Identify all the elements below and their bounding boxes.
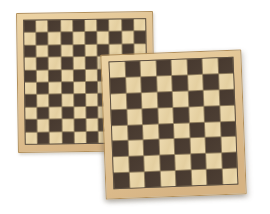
board-square bbox=[97, 20, 108, 32]
board-square bbox=[189, 122, 204, 137]
board-square bbox=[73, 20, 84, 32]
board-square bbox=[87, 131, 98, 143]
board-square bbox=[86, 82, 97, 94]
board-square bbox=[122, 32, 133, 44]
board-square bbox=[134, 19, 145, 31]
board-square bbox=[86, 69, 97, 81]
board-square bbox=[61, 70, 72, 82]
board-square bbox=[126, 93, 141, 108]
board-square bbox=[188, 91, 203, 106]
board-square bbox=[62, 107, 73, 119]
board-square bbox=[38, 132, 49, 144]
board-square bbox=[125, 61, 140, 76]
board-square bbox=[206, 153, 221, 168]
board-square bbox=[36, 33, 47, 45]
board-square bbox=[143, 124, 158, 139]
board-square bbox=[158, 108, 173, 123]
board-square bbox=[222, 153, 237, 168]
board-square bbox=[219, 74, 234, 89]
chess-checkers-board-8x8 bbox=[100, 49, 246, 199]
board-square bbox=[220, 105, 235, 120]
board-square bbox=[62, 119, 73, 131]
board-square bbox=[172, 59, 187, 74]
board-square bbox=[127, 109, 142, 124]
board-square bbox=[111, 94, 126, 109]
board-square bbox=[74, 82, 85, 94]
board-square bbox=[50, 107, 61, 119]
board-square bbox=[49, 45, 60, 57]
board-square bbox=[49, 58, 60, 70]
board-square bbox=[49, 33, 60, 45]
board-square bbox=[49, 82, 60, 94]
board-square bbox=[129, 156, 144, 171]
board-square bbox=[86, 94, 97, 106]
board-square bbox=[173, 91, 188, 106]
board-square bbox=[110, 32, 121, 44]
board-square bbox=[110, 20, 121, 32]
board-square bbox=[24, 21, 35, 33]
board-square bbox=[38, 120, 49, 132]
board-square bbox=[175, 139, 190, 154]
board-square bbox=[127, 125, 142, 140]
board-square bbox=[111, 109, 126, 124]
board-square bbox=[97, 32, 108, 44]
board-square bbox=[141, 77, 156, 92]
board-square bbox=[203, 74, 218, 89]
board-square bbox=[62, 82, 73, 94]
board-square bbox=[37, 45, 48, 57]
board-square bbox=[74, 70, 85, 82]
board-square bbox=[85, 32, 96, 44]
board-square bbox=[187, 59, 202, 74]
board-square bbox=[129, 172, 144, 187]
board-square bbox=[157, 92, 172, 107]
board-square bbox=[49, 70, 60, 82]
chess-board-grid bbox=[109, 57, 239, 190]
board-square bbox=[159, 139, 174, 154]
board-square bbox=[25, 107, 36, 119]
board-square bbox=[25, 95, 36, 107]
board-square bbox=[24, 45, 35, 57]
board-square bbox=[61, 57, 72, 69]
board-square bbox=[25, 58, 36, 70]
board-square bbox=[160, 171, 175, 186]
board-square bbox=[204, 90, 219, 105]
board-square bbox=[49, 20, 60, 32]
board-square bbox=[50, 95, 61, 107]
board-square bbox=[190, 138, 205, 153]
board-square bbox=[191, 170, 206, 185]
board-square bbox=[157, 76, 172, 91]
board-square bbox=[113, 141, 128, 156]
board-square bbox=[141, 61, 156, 76]
board-square bbox=[175, 155, 190, 170]
board-square bbox=[37, 70, 48, 82]
board-square bbox=[156, 60, 171, 75]
board-square bbox=[62, 132, 73, 144]
board-square bbox=[50, 132, 61, 144]
board-square bbox=[74, 119, 85, 131]
product-photo bbox=[0, 0, 270, 214]
board-square bbox=[218, 58, 233, 73]
board-square bbox=[206, 138, 221, 153]
board-square bbox=[114, 173, 129, 188]
board-square bbox=[189, 106, 204, 121]
board-square bbox=[219, 89, 234, 104]
board-square bbox=[222, 169, 237, 184]
board-square bbox=[174, 123, 189, 138]
board-square bbox=[61, 20, 72, 32]
board-square bbox=[36, 21, 47, 33]
board-square bbox=[134, 32, 145, 44]
board-square bbox=[144, 140, 159, 155]
board-square bbox=[73, 45, 84, 57]
board-square bbox=[87, 119, 98, 131]
board-square bbox=[62, 95, 73, 107]
board-square bbox=[37, 58, 48, 70]
board-square bbox=[176, 171, 191, 186]
board-square bbox=[173, 107, 188, 122]
board-square bbox=[207, 169, 222, 184]
board-square bbox=[203, 58, 218, 73]
board-square bbox=[144, 156, 159, 171]
board-square bbox=[86, 57, 97, 69]
board-square bbox=[24, 33, 35, 45]
board-square bbox=[191, 154, 206, 169]
board-square bbox=[110, 62, 125, 77]
board-square bbox=[25, 70, 36, 82]
board-square bbox=[221, 137, 236, 152]
board-square bbox=[220, 121, 235, 136]
board-square bbox=[50, 120, 61, 132]
board-square bbox=[204, 106, 219, 121]
board-square bbox=[61, 33, 72, 45]
board-square bbox=[37, 95, 48, 107]
board-square bbox=[26, 132, 37, 144]
board-square bbox=[142, 92, 157, 107]
board-square bbox=[73, 32, 84, 44]
board-square bbox=[61, 45, 72, 57]
board-square bbox=[85, 45, 96, 57]
board-square bbox=[38, 107, 49, 119]
board-square bbox=[188, 75, 203, 90]
board-square bbox=[37, 83, 48, 95]
board-square bbox=[86, 107, 97, 119]
board-square bbox=[74, 94, 85, 106]
board-square bbox=[112, 125, 127, 140]
board-square bbox=[113, 157, 128, 172]
board-square bbox=[126, 77, 141, 92]
board-square bbox=[74, 132, 85, 144]
board-square bbox=[25, 83, 36, 95]
board-square bbox=[145, 172, 160, 187]
board-square bbox=[128, 141, 143, 156]
board-square bbox=[172, 75, 187, 90]
board-square bbox=[205, 122, 220, 137]
board-square bbox=[142, 108, 157, 123]
board-square bbox=[110, 78, 125, 93]
board-square bbox=[122, 19, 133, 31]
board-square bbox=[73, 57, 84, 69]
board-square bbox=[160, 155, 175, 170]
board-square bbox=[74, 107, 85, 119]
board-square bbox=[85, 20, 96, 32]
board-square bbox=[26, 120, 37, 132]
board-square bbox=[158, 124, 173, 139]
